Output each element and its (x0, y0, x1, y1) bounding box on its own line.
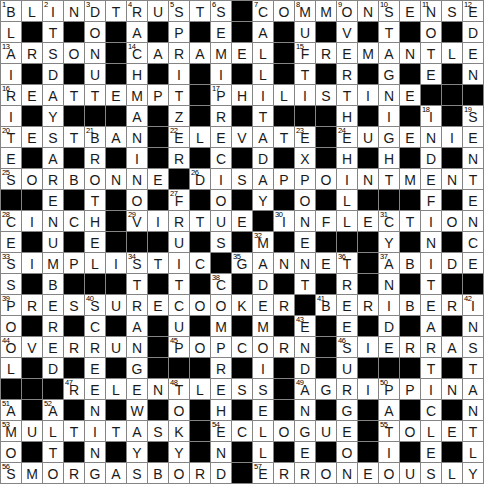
grid-cell[interactable]: C (232, 421, 252, 441)
grid-cell[interactable]: O (211, 295, 231, 315)
grid-cell[interactable]: N (295, 400, 315, 420)
grid-cell[interactable]: N (463, 316, 483, 336)
grid-cell[interactable]: R (169, 43, 189, 63)
grid-cell[interactable]: A (421, 316, 441, 336)
grid-cell[interactable]: O (1, 316, 21, 336)
grid-cell[interactable]: O (169, 463, 189, 483)
grid-cell[interactable]: O (43, 463, 63, 483)
grid-cell[interactable]: S (232, 379, 252, 399)
grid-cell[interactable]: A (463, 379, 483, 399)
grid-cell[interactable]: C (232, 337, 252, 357)
grid-cell[interactable]: N (64, 1, 84, 21)
grid-cell[interactable]: 23E (295, 127, 315, 147)
grid-cell[interactable]: 17P (211, 85, 231, 105)
grid-cell[interactable]: E (463, 43, 483, 63)
grid-cell[interactable]: D (253, 274, 273, 294)
grid-cell[interactable]: R (274, 463, 294, 483)
grid-cell[interactable]: E (400, 1, 420, 21)
grid-cell[interactable]: E (211, 127, 231, 147)
grid-cell[interactable]: O (190, 295, 210, 315)
grid-cell[interactable]: N (85, 442, 105, 462)
grid-cell[interactable]: M (316, 1, 336, 21)
grid-cell[interactable]: L (337, 190, 357, 210)
grid-cell[interactable]: B (64, 169, 84, 189)
grid-cell[interactable]: 42I (463, 295, 483, 315)
grid-cell[interactable]: S (43, 127, 63, 147)
grid-cell[interactable]: M (211, 316, 231, 336)
grid-cell[interactable]: L (442, 463, 462, 483)
grid-cell[interactable]: U (106, 337, 126, 357)
grid-cell[interactable]: N (127, 337, 147, 357)
grid-cell[interactable]: E (43, 190, 63, 210)
grid-cell[interactable]: E (442, 421, 462, 441)
grid-cell[interactable]: 14C (127, 43, 147, 63)
grid-cell[interactable]: E (295, 442, 315, 462)
grid-cell[interactable]: O (379, 463, 399, 483)
grid-cell[interactable]: R (211, 358, 231, 378)
grid-cell[interactable]: O (316, 463, 336, 483)
grid-cell[interactable]: U (169, 232, 189, 252)
grid-cell[interactable]: U (337, 358, 357, 378)
grid-cell[interactable]: E (232, 211, 252, 231)
grid-cell[interactable]: A (106, 463, 126, 483)
grid-cell[interactable]: R (64, 337, 84, 357)
grid-cell[interactable]: E (295, 232, 315, 252)
grid-cell[interactable]: 35G (232, 253, 252, 273)
grid-cell[interactable]: H (211, 400, 231, 420)
grid-cell[interactable]: K (232, 295, 252, 315)
grid-cell[interactable]: N (400, 43, 420, 63)
grid-cell[interactable]: R (274, 337, 294, 357)
grid-cell[interactable]: N (148, 379, 168, 399)
grid-cell[interactable]: O (127, 190, 147, 210)
grid-cell[interactable]: O (22, 169, 42, 189)
grid-cell[interactable]: P (64, 253, 84, 273)
grid-cell[interactable]: O (274, 1, 294, 21)
grid-cell[interactable]: I (211, 169, 231, 189)
grid-cell[interactable]: S (421, 463, 441, 483)
grid-cell[interactable]: T (64, 421, 84, 441)
grid-cell[interactable]: T (43, 442, 63, 462)
grid-cell[interactable]: E (253, 295, 273, 315)
grid-cell[interactable]: R (127, 295, 147, 315)
grid-cell[interactable]: T (295, 64, 315, 84)
grid-cell[interactable]: T (421, 274, 441, 294)
grid-cell[interactable]: E (463, 190, 483, 210)
grid-cell[interactable]: S (253, 379, 273, 399)
grid-cell[interactable]: G (379, 64, 399, 84)
grid-cell[interactable]: E (211, 379, 231, 399)
grid-cell[interactable]: E (358, 211, 378, 231)
grid-cell[interactable]: 25S (1, 169, 21, 189)
grid-cell[interactable]: 43E (295, 316, 315, 336)
grid-cell[interactable]: O (211, 190, 231, 210)
grid-cell[interactable]: 56S (1, 463, 21, 483)
grid-cell[interactable]: A (253, 169, 273, 189)
grid-cell[interactable]: N (85, 400, 105, 420)
grid-cell[interactable]: E (85, 358, 105, 378)
grid-cell[interactable]: A (43, 148, 63, 168)
grid-cell[interactable]: T (379, 22, 399, 42)
grid-cell[interactable]: U (148, 1, 168, 21)
grid-cell[interactable]: T (337, 85, 357, 105)
grid-cell[interactable]: L (253, 64, 273, 84)
grid-cell[interactable]: 6S (211, 1, 231, 21)
grid-cell[interactable]: E (1, 148, 21, 168)
grid-cell[interactable]: O (85, 169, 105, 189)
grid-cell[interactable]: C (463, 232, 483, 252)
grid-cell[interactable]: I (421, 379, 441, 399)
grid-cell[interactable]: E (127, 379, 147, 399)
grid-cell[interactable]: N (43, 211, 63, 231)
grid-cell[interactable]: V (22, 337, 42, 357)
grid-cell[interactable]: I (358, 85, 378, 105)
grid-cell[interactable]: L (22, 1, 42, 21)
grid-cell[interactable]: M (400, 169, 420, 189)
grid-cell[interactable]: N (379, 274, 399, 294)
grid-cell[interactable]: E (22, 85, 42, 105)
grid-cell[interactable]: T (127, 274, 147, 294)
grid-cell[interactable]: I (337, 169, 357, 189)
grid-cell[interactable]: E (337, 421, 357, 441)
grid-cell[interactable]: E (421, 64, 441, 84)
grid-cell[interactable]: 32M (253, 232, 273, 252)
grid-cell[interactable]: O (169, 400, 189, 420)
grid-cell[interactable]: E (400, 127, 420, 147)
grid-cell[interactable]: 33S (1, 253, 21, 273)
grid-cell[interactable]: L (1, 22, 21, 42)
grid-cell[interactable]: 24E (337, 127, 357, 147)
grid-cell[interactable]: 47R (64, 379, 84, 399)
grid-cell[interactable]: O (442, 211, 462, 231)
grid-cell[interactable]: A (127, 316, 147, 336)
grid-cell[interactable]: N (85, 43, 105, 63)
grid-cell[interactable]: N (295, 337, 315, 357)
grid-cell[interactable]: 7C (253, 1, 273, 21)
grid-cell[interactable]: N (274, 253, 294, 273)
grid-cell[interactable]: 44O (1, 337, 21, 357)
grid-cell[interactable]: O (316, 169, 336, 189)
grid-cell[interactable]: N (463, 400, 483, 420)
grid-cell[interactable]: A (253, 127, 273, 147)
grid-cell[interactable]: O (421, 22, 441, 42)
grid-cell[interactable]: T (295, 274, 315, 294)
grid-cell[interactable]: R (85, 148, 105, 168)
grid-cell[interactable]: I (379, 442, 399, 462)
grid-cell[interactable]: 37A (379, 253, 399, 273)
grid-cell[interactable]: R (400, 337, 420, 357)
grid-cell[interactable]: T (463, 358, 483, 378)
grid-cell[interactable]: 19S (463, 106, 483, 126)
grid-cell[interactable]: E (421, 169, 441, 189)
grid-cell[interactable]: M (22, 463, 42, 483)
grid-cell[interactable]: O (400, 421, 420, 441)
grid-cell[interactable]: C (64, 211, 84, 231)
grid-cell[interactable]: L (421, 421, 441, 441)
grid-cell[interactable]: G (379, 127, 399, 147)
grid-cell[interactable]: T (106, 421, 126, 441)
grid-cell[interactable]: P (400, 379, 420, 399)
grid-cell[interactable]: O (190, 337, 210, 357)
grid-cell[interactable]: N (421, 127, 441, 147)
grid-cell[interactable]: H (232, 85, 252, 105)
grid-cell[interactable]: E (22, 127, 42, 147)
grid-cell[interactable]: L (253, 442, 273, 462)
grid-cell[interactable]: O (64, 43, 84, 63)
grid-cell[interactable]: C (190, 253, 210, 273)
grid-cell[interactable]: 16R (1, 85, 21, 105)
grid-cell[interactable]: S (148, 421, 168, 441)
grid-cell[interactable]: N (463, 148, 483, 168)
grid-cell[interactable]: I (169, 64, 189, 84)
grid-cell[interactable]: Y (379, 232, 399, 252)
grid-cell[interactable]: I (295, 85, 315, 105)
grid-cell[interactable]: N (463, 211, 483, 231)
grid-cell[interactable]: 39P (1, 295, 21, 315)
grid-cell[interactable]: 52A (43, 400, 63, 420)
grid-cell[interactable]: 26D (190, 169, 210, 189)
grid-cell[interactable]: 29V (127, 211, 147, 231)
grid-cell[interactable]: O (253, 337, 273, 357)
grid-cell[interactable]: 45P (169, 337, 189, 357)
grid-cell[interactable]: A (127, 421, 147, 441)
grid-cell[interactable]: D (253, 148, 273, 168)
grid-cell[interactable]: E (463, 127, 483, 147)
grid-cell[interactable]: R (421, 337, 441, 357)
grid-cell[interactable]: T (85, 85, 105, 105)
grid-cell[interactable]: 9O (337, 1, 357, 21)
grid-cell[interactable]: L (190, 127, 210, 147)
grid-cell[interactable]: S (1, 274, 21, 294)
grid-cell[interactable]: 5S (169, 1, 189, 21)
grid-cell[interactable]: N (358, 169, 378, 189)
grid-cell[interactable]: N (463, 64, 483, 84)
grid-cell[interactable]: E (43, 295, 63, 315)
grid-cell[interactable]: 50P (379, 379, 399, 399)
grid-cell[interactable]: D (211, 463, 231, 483)
grid-cell[interactable]: U (43, 232, 63, 252)
grid-cell[interactable]: 36T (337, 253, 357, 273)
grid-cell[interactable]: D (43, 64, 63, 84)
grid-cell[interactable]: A (379, 43, 399, 63)
grid-cell[interactable]: L (85, 253, 105, 273)
grid-cell[interactable]: N (337, 463, 357, 483)
grid-cell[interactable]: T (169, 85, 189, 105)
grid-cell[interactable]: N (295, 253, 315, 273)
grid-cell[interactable]: U (85, 64, 105, 84)
grid-cell[interactable]: B (400, 253, 420, 273)
grid-cell[interactable]: 46S (337, 337, 357, 357)
grid-cell[interactable]: D (379, 316, 399, 336)
grid-cell[interactable]: A (43, 85, 63, 105)
grid-cell[interactable]: I (379, 295, 399, 315)
grid-cell[interactable]: C (169, 295, 189, 315)
grid-cell[interactable]: Z (169, 106, 189, 126)
grid-cell[interactable]: R (337, 379, 357, 399)
grid-cell[interactable]: I (1, 106, 21, 126)
grid-cell[interactable]: Y (127, 442, 147, 462)
grid-cell[interactable]: M (127, 85, 147, 105)
grid-cell[interactable]: E (337, 43, 357, 63)
grid-cell[interactable]: O (295, 190, 315, 210)
grid-cell[interactable]: 34S (127, 253, 147, 273)
grid-cell[interactable]: O (337, 442, 357, 462)
grid-cell[interactable]: T (463, 421, 483, 441)
grid-cell[interactable]: A (190, 43, 210, 63)
grid-cell[interactable]: 38C (211, 274, 231, 294)
grid-cell[interactable]: N (421, 232, 441, 252)
grid-cell[interactable]: C (85, 316, 105, 336)
grid-cell[interactable]: H (85, 211, 105, 231)
grid-cell[interactable]: 51A (1, 400, 21, 420)
grid-cell[interactable]: R (22, 43, 42, 63)
grid-cell[interactable]: P (148, 85, 168, 105)
grid-cell[interactable]: L (190, 379, 210, 399)
grid-cell[interactable]: 13A (1, 43, 21, 63)
grid-cell[interactable]: 31C (379, 211, 399, 231)
grid-cell[interactable]: A (442, 337, 462, 357)
grid-cell[interactable]: W (127, 400, 147, 420)
grid-cell[interactable]: R (169, 211, 189, 231)
grid-cell[interactable]: S (442, 1, 462, 21)
grid-cell[interactable]: T (64, 85, 84, 105)
grid-cell[interactable]: A (253, 253, 273, 273)
grid-cell[interactable]: G (316, 379, 336, 399)
grid-cell[interactable]: T (106, 1, 126, 21)
grid-cell[interactable]: O (85, 22, 105, 42)
grid-cell[interactable]: B (43, 274, 63, 294)
grid-cell[interactable]: U (295, 22, 315, 42)
grid-cell[interactable]: N (127, 169, 147, 189)
grid-cell[interactable]: E (421, 295, 441, 315)
grid-cell[interactable]: 11N (421, 1, 441, 21)
grid-cell[interactable]: H (127, 64, 147, 84)
grid-cell[interactable]: E (421, 442, 441, 462)
grid-cell[interactable]: I (253, 85, 273, 105)
grid-cell[interactable]: D (442, 253, 462, 273)
grid-cell[interactable]: F (316, 211, 336, 231)
grid-cell[interactable]: L (253, 421, 273, 441)
grid-cell[interactable]: T (253, 106, 273, 126)
grid-cell[interactable]: I (22, 253, 42, 273)
grid-cell[interactable]: N (211, 442, 231, 462)
grid-cell[interactable]: D (463, 22, 483, 42)
grid-cell[interactable]: H (337, 148, 357, 168)
grid-cell[interactable]: P (295, 169, 315, 189)
grid-cell[interactable]: L (337, 211, 357, 231)
grid-cell[interactable]: T (274, 127, 294, 147)
grid-cell[interactable]: F (421, 190, 441, 210)
grid-cell[interactable]: H (337, 106, 357, 126)
grid-cell[interactable]: U (106, 295, 126, 315)
grid-cell[interactable]: S (64, 295, 84, 315)
grid-cell[interactable]: I (379, 106, 399, 126)
grid-cell[interactable]: 10S (379, 1, 399, 21)
grid-cell[interactable]: I (421, 253, 441, 273)
grid-cell[interactable]: O (274, 421, 294, 441)
grid-cell[interactable]: E (106, 85, 126, 105)
grid-cell[interactable]: E (43, 337, 63, 357)
grid-cell[interactable]: K (169, 421, 189, 441)
grid-cell[interactable]: 27F (169, 190, 189, 210)
grid-cell[interactable]: N (295, 211, 315, 231)
grid-cell[interactable]: S (232, 169, 252, 189)
grid-cell[interactable]: M (43, 253, 63, 273)
grid-cell[interactable]: U (211, 211, 231, 231)
grid-cell[interactable]: G (295, 421, 315, 441)
grid-cell[interactable]: S (316, 85, 336, 105)
grid-cell[interactable]: U (358, 127, 378, 147)
grid-cell[interactable]: I (421, 211, 441, 231)
grid-cell[interactable]: 40S (85, 295, 105, 315)
grid-cell[interactable]: I (253, 358, 273, 378)
grid-cell[interactable]: D (43, 358, 63, 378)
grid-cell[interactable]: 18I (421, 106, 441, 126)
grid-cell[interactable]: E (358, 463, 378, 483)
grid-cell[interactable]: R (64, 463, 84, 483)
grid-cell[interactable]: 12E (463, 1, 483, 21)
grid-cell[interactable]: T (85, 190, 105, 210)
grid-cell[interactable]: P (169, 22, 189, 42)
grid-cell[interactable]: 48T (169, 379, 189, 399)
grid-cell[interactable]: I (211, 64, 231, 84)
grid-cell[interactable]: 54E (211, 421, 231, 441)
grid-cell[interactable]: Y (253, 190, 273, 210)
grid-cell[interactable]: I (358, 379, 378, 399)
grid-cell[interactable]: E (148, 169, 168, 189)
grid-cell[interactable]: S (43, 43, 63, 63)
grid-cell[interactable]: E (379, 337, 399, 357)
grid-cell[interactable]: 15F (295, 43, 315, 63)
grid-cell[interactable]: G (127, 358, 147, 378)
grid-cell[interactable]: E (211, 22, 231, 42)
grid-cell[interactable]: T (421, 43, 441, 63)
grid-cell[interactable]: B (400, 295, 420, 315)
grid-cell[interactable]: R (85, 337, 105, 357)
grid-cell[interactable]: R (442, 295, 462, 315)
grid-cell[interactable]: M (211, 43, 231, 63)
grid-cell[interactable]: T (64, 127, 84, 147)
grid-cell[interactable]: U (169, 316, 189, 336)
grid-cell[interactable]: E (463, 253, 483, 273)
grid-cell[interactable]: E (316, 253, 336, 273)
grid-cell[interactable]: T (190, 1, 210, 21)
grid-cell[interactable]: 49A (295, 379, 315, 399)
grid-cell[interactable]: T (190, 211, 210, 231)
grid-cell[interactable]: N (379, 85, 399, 105)
grid-cell[interactable]: N (442, 169, 462, 189)
grid-cell[interactable]: A (127, 22, 147, 42)
grid-cell[interactable]: 22E (169, 127, 189, 147)
grid-cell[interactable]: A (106, 127, 126, 147)
grid-cell[interactable]: T (169, 274, 189, 294)
grid-cell[interactable]: E (85, 379, 105, 399)
grid-cell[interactable]: E (253, 400, 273, 420)
grid-cell[interactable]: R (169, 148, 189, 168)
grid-cell[interactable]: 28C (1, 211, 21, 231)
grid-cell[interactable]: R (337, 274, 357, 294)
grid-cell[interactable]: R (43, 316, 63, 336)
grid-cell[interactable]: T (379, 169, 399, 189)
grid-cell[interactable]: I (1, 64, 21, 84)
grid-cell[interactable]: R (43, 169, 63, 189)
grid-cell[interactable]: R (211, 106, 231, 126)
grid-cell[interactable]: 1B (1, 1, 21, 21)
grid-cell[interactable]: Y (463, 463, 483, 483)
grid-cell[interactable]: E (337, 295, 357, 315)
grid-cell[interactable]: R (337, 64, 357, 84)
grid-cell[interactable]: S (463, 337, 483, 357)
